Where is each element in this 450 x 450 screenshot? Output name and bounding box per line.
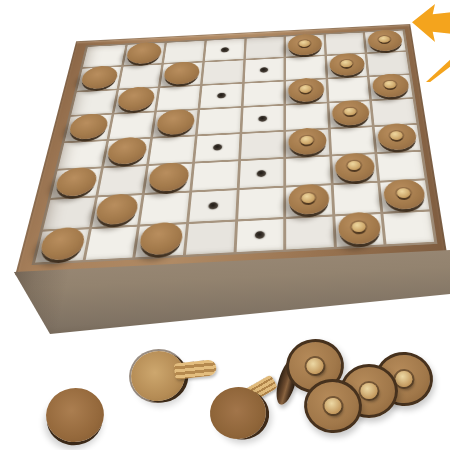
- loose-pieces: [0, 0, 450, 450]
- loose-peg-disc-side[interactable]: [127, 347, 189, 406]
- product-photo: [0, 0, 450, 450]
- loose-flat-disc[interactable]: [42, 383, 108, 446]
